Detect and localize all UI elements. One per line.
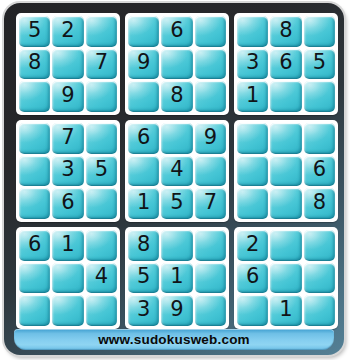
cell-r4c3[interactable] xyxy=(86,123,117,154)
cell-r3c1[interactable] xyxy=(19,81,50,112)
cell-r3c9[interactable] xyxy=(304,81,335,112)
given-digit: 8 xyxy=(279,20,292,41)
cell-r3c3[interactable] xyxy=(86,81,117,112)
cell-r8c7[interactable]: 6 xyxy=(237,263,268,294)
cell-r2c5[interactable] xyxy=(161,49,192,80)
cell-r5c8[interactable] xyxy=(270,156,301,187)
cell-r2c2[interactable] xyxy=(52,49,83,80)
cell-r1c8[interactable]: 8 xyxy=(270,16,301,47)
cell-r8c6[interactable] xyxy=(195,263,226,294)
cell-r2c4[interactable]: 9 xyxy=(128,49,159,80)
site-url: www.sudokusweb.com xyxy=(98,332,250,347)
cell-r8c3[interactable]: 4 xyxy=(86,263,117,294)
given-digit: 7 xyxy=(61,127,74,148)
cell-r7c2[interactable]: 1 xyxy=(52,230,83,261)
cell-r1c9[interactable] xyxy=(304,16,335,47)
given-digit: 2 xyxy=(246,234,259,255)
cell-r1c6[interactable] xyxy=(195,16,226,47)
cell-r9c4[interactable]: 3 xyxy=(128,295,159,326)
cell-r7c6[interactable] xyxy=(195,230,226,261)
cell-r2c3[interactable]: 7 xyxy=(86,49,117,80)
cell-r1c1[interactable]: 5 xyxy=(19,16,50,47)
cell-r9c3[interactable] xyxy=(86,295,117,326)
sudoku-app: 528796988365173566941576861485139261 www… xyxy=(0,0,350,360)
cell-r4c2[interactable]: 7 xyxy=(52,123,83,154)
cell-r8c2[interactable] xyxy=(52,263,83,294)
given-digit: 8 xyxy=(137,234,150,255)
given-digit: 6 xyxy=(137,127,150,148)
given-digit: 6 xyxy=(61,192,74,213)
given-digit: 5 xyxy=(95,159,108,180)
cell-r7c4[interactable]: 8 xyxy=(128,230,159,261)
given-digit: 9 xyxy=(137,52,150,73)
given-digit: 6 xyxy=(28,234,41,255)
box-5: 694157 xyxy=(125,120,229,222)
given-digit: 4 xyxy=(170,159,183,180)
cell-r7c8[interactable] xyxy=(270,230,301,261)
given-digit: 8 xyxy=(28,52,41,73)
cell-r2c6[interactable] xyxy=(195,49,226,80)
given-digit: 1 xyxy=(170,266,183,287)
cell-r3c4[interactable] xyxy=(128,81,159,112)
cell-r6c9[interactable]: 8 xyxy=(304,188,335,219)
box-2: 698 xyxy=(125,13,229,115)
cell-r4c4[interactable]: 6 xyxy=(128,123,159,154)
cell-r6c1[interactable] xyxy=(19,188,50,219)
given-digit: 6 xyxy=(279,52,292,73)
given-digit: 9 xyxy=(61,85,74,106)
cell-r9c8[interactable]: 1 xyxy=(270,295,301,326)
cell-r3c7[interactable]: 1 xyxy=(237,81,268,112)
cell-r5c6[interactable] xyxy=(195,156,226,187)
cell-r9c9[interactable] xyxy=(304,295,335,326)
cell-r3c5[interactable]: 8 xyxy=(161,81,192,112)
given-digit: 8 xyxy=(313,192,326,213)
given-digit: 4 xyxy=(95,266,108,287)
cell-r8c8[interactable] xyxy=(270,263,301,294)
cell-r7c3[interactable] xyxy=(86,230,117,261)
given-digit: 5 xyxy=(170,192,183,213)
given-digit: 5 xyxy=(28,20,41,41)
given-digit: 1 xyxy=(279,299,292,320)
box-3: 83651 xyxy=(234,13,338,115)
given-digit: 1 xyxy=(137,192,150,213)
box-6: 68 xyxy=(234,120,338,222)
cell-r7c7[interactable]: 2 xyxy=(237,230,268,261)
cell-r8c4[interactable]: 5 xyxy=(128,263,159,294)
sudoku-board: 528796988365173566941576861485139261 xyxy=(16,13,338,329)
cell-r1c7[interactable] xyxy=(237,16,268,47)
given-digit: 6 xyxy=(246,266,259,287)
cell-r2c9[interactable]: 5 xyxy=(304,49,335,80)
cell-r3c6[interactable] xyxy=(195,81,226,112)
given-digit: 5 xyxy=(137,266,150,287)
cell-r9c1[interactable] xyxy=(19,295,50,326)
given-digit: 3 xyxy=(246,52,259,73)
given-digit: 6 xyxy=(313,159,326,180)
cell-r1c4[interactable] xyxy=(128,16,159,47)
given-digit: 1 xyxy=(61,234,74,255)
given-digit: 3 xyxy=(137,299,150,320)
cell-r4c9[interactable] xyxy=(304,123,335,154)
cell-r6c3[interactable] xyxy=(86,188,117,219)
cell-r6c4[interactable]: 1 xyxy=(128,188,159,219)
box-9: 261 xyxy=(234,227,338,329)
cell-r8c5[interactable]: 1 xyxy=(161,263,192,294)
cell-r8c9[interactable] xyxy=(304,263,335,294)
cell-r2c1[interactable]: 8 xyxy=(19,49,50,80)
cell-r5c4[interactable] xyxy=(128,156,159,187)
given-digit: 7 xyxy=(204,192,217,213)
box-1: 52879 xyxy=(16,13,120,115)
given-digit: 5 xyxy=(313,52,326,73)
cell-r4c8[interactable] xyxy=(270,123,301,154)
board-frame: 528796988365173566941576861485139261 www… xyxy=(4,3,344,355)
cell-r3c8[interactable] xyxy=(270,81,301,112)
footer-bar: www.sudokusweb.com xyxy=(14,329,334,350)
cell-r1c3[interactable] xyxy=(86,16,117,47)
cell-r6c6[interactable]: 7 xyxy=(195,188,226,219)
cell-r4c1[interactable] xyxy=(19,123,50,154)
cell-r2c8[interactable]: 6 xyxy=(270,49,301,80)
cell-r6c5[interactable]: 5 xyxy=(161,188,192,219)
cell-r1c5[interactable]: 6 xyxy=(161,16,192,47)
given-digit: 8 xyxy=(170,85,183,106)
given-digit: 3 xyxy=(61,159,74,180)
cell-r6c7[interactable] xyxy=(237,188,268,219)
cell-r7c1[interactable]: 6 xyxy=(19,230,50,261)
cell-r5c3[interactable]: 5 xyxy=(86,156,117,187)
cell-r9c6[interactable] xyxy=(195,295,226,326)
cell-r5c7[interactable] xyxy=(237,156,268,187)
cell-r4c5[interactable] xyxy=(161,123,192,154)
cell-r9c5[interactable]: 9 xyxy=(161,295,192,326)
given-digit: 6 xyxy=(170,20,183,41)
cell-r1c2[interactable]: 2 xyxy=(52,16,83,47)
given-digit: 1 xyxy=(246,85,259,106)
box-7: 614 xyxy=(16,227,120,329)
cell-r6c2[interactable]: 6 xyxy=(52,188,83,219)
cell-r7c9[interactable] xyxy=(304,230,335,261)
given-digit: 2 xyxy=(61,20,74,41)
cell-r5c5[interactable]: 4 xyxy=(161,156,192,187)
given-digit: 7 xyxy=(95,52,108,73)
cell-r5c1[interactable] xyxy=(19,156,50,187)
cell-r4c6[interactable]: 9 xyxy=(195,123,226,154)
given-digit: 9 xyxy=(204,127,217,148)
cell-r3c2[interactable]: 9 xyxy=(52,81,83,112)
given-digit: 9 xyxy=(170,299,183,320)
cell-r9c7[interactable] xyxy=(237,295,268,326)
cell-r2c7[interactable]: 3 xyxy=(237,49,268,80)
cell-r6c8[interactable] xyxy=(270,188,301,219)
cell-r5c2[interactable]: 3 xyxy=(52,156,83,187)
cell-r4c7[interactable] xyxy=(237,123,268,154)
cell-r7c5[interactable] xyxy=(161,230,192,261)
box-4: 7356 xyxy=(16,120,120,222)
cell-r9c2[interactable] xyxy=(52,295,83,326)
cell-r5c9[interactable]: 6 xyxy=(304,156,335,187)
box-8: 85139 xyxy=(125,227,229,329)
cell-r8c1[interactable] xyxy=(19,263,50,294)
